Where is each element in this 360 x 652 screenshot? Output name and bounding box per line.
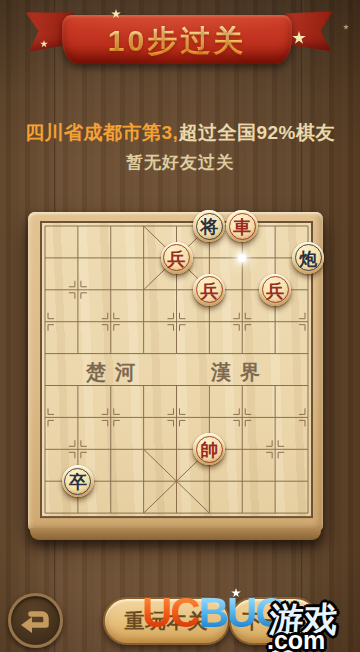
piece-炮-black[interactable]: 炮: [292, 242, 324, 274]
river-label-han: 漢界: [195, 359, 285, 386]
replay-level-button[interactable]: 重玩本关: [103, 597, 230, 645]
next-level-label: 下一关: [243, 608, 306, 635]
rank-text-rest: 超过全国92%棋友: [178, 122, 335, 143]
banner-title: 10步过关: [108, 26, 246, 56]
ribbon-band: 10步过关: [62, 15, 292, 64]
piece-glyph: 車: [233, 218, 251, 236]
sparkle-icon: [231, 588, 241, 598]
piece-兵-red[interactable]: 兵: [259, 274, 291, 306]
star-icon: [343, 24, 349, 30]
friends-status-text: 暂无好友过关: [0, 151, 360, 174]
piece-glyph: 卒: [69, 473, 87, 491]
level-banner: 10步过关: [0, 0, 360, 80]
next-level-button[interactable]: 下一关: [229, 597, 319, 645]
piece-glyph: 兵: [266, 281, 284, 299]
rank-text-highlight: 四川省成都市第3,: [25, 122, 178, 143]
return-arrow-icon: [11, 596, 60, 645]
piece-glyph: 帥: [200, 441, 218, 459]
app-screen: 10步过关 四川省成都市第3,超过全国92%棋友 暂无好友过关 楚河 漢界 将車…: [0, 0, 360, 652]
piece-卒-black[interactable]: 卒: [62, 465, 94, 497]
back-button[interactable]: [8, 593, 63, 648]
piece-glyph: 炮: [299, 249, 317, 267]
piece-glyph: 兵: [200, 281, 218, 299]
river-label-chu: 楚河: [70, 359, 160, 386]
piece-兵-red[interactable]: 兵: [161, 242, 193, 274]
rank-text: 四川省成都市第3,超过全国92%棋友: [0, 120, 360, 146]
piece-glyph: 兵: [168, 249, 186, 267]
piece-車-red[interactable]: 車: [226, 210, 258, 242]
piece-glyph: 将: [200, 218, 218, 236]
piece-兵-red[interactable]: 兵: [193, 274, 225, 306]
level-status: 四川省成都市第3,超过全国92%棋友 暂无好友过关: [0, 120, 360, 174]
replay-level-label: 重玩本关: [125, 608, 209, 635]
